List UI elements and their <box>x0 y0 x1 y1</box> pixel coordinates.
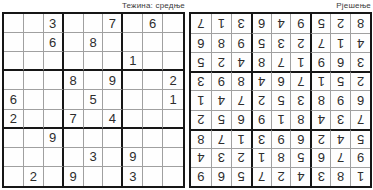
puzzle-cell-r9c9[interactable] <box>163 167 183 186</box>
puzzle-cell-r2c3[interactable]: 6 <box>44 33 64 52</box>
puzzle-cell-r2c7[interactable] <box>123 33 143 52</box>
solution-cell-r5c5: 5 <box>271 90 291 109</box>
puzzle-cell-r8c2[interactable] <box>24 148 44 167</box>
solution-cell-r2c6: 1 <box>251 148 271 167</box>
puzzle-cell-r4c1[interactable] <box>4 71 24 90</box>
puzzle-cell-r3c6[interactable] <box>103 52 123 71</box>
puzzle-cell-r7c4[interactable] <box>64 129 84 148</box>
solution-cell-r1c1: 1 <box>350 167 370 186</box>
puzzle-cell-r5c4[interactable] <box>64 90 84 109</box>
solution-cell-r7c8: 2 <box>211 52 231 71</box>
puzzle-cell-r3c1[interactable] <box>4 52 24 71</box>
solution-cell-r2c1: 9 <box>350 148 370 167</box>
solution-cell-r9c6: 6 <box>251 14 271 33</box>
solution-cell-r3c8: 7 <box>211 129 231 148</box>
solution-cell-r3c4: 6 <box>290 129 310 148</box>
difficulty-label: Тежина: средње <box>2 1 185 11</box>
puzzle-cell-r2c4[interactable] <box>64 33 84 52</box>
solution-cell-r9c9: 7 <box>191 14 211 33</box>
solution-cell-r9c3: 5 <box>310 14 330 33</box>
puzzle-cell-r1c9[interactable] <box>163 14 183 33</box>
solution-cell-r3c6: 3 <box>251 129 271 148</box>
puzzle-cell-r1c7[interactable] <box>123 14 143 33</box>
solution-cell-r9c5: 4 <box>271 14 291 33</box>
puzzle-cell-r2c8[interactable] <box>143 33 163 52</box>
solution-cell-r6c8: 9 <box>211 71 231 90</box>
solution-cell-r5c4: 3 <box>290 90 310 109</box>
solution-cell-r3c3: 2 <box>310 129 330 148</box>
puzzle-cell-r4c8[interactable] <box>143 71 163 90</box>
solution-cell-r5c8: 4 <box>211 90 231 109</box>
solution-cell-r2c3: 6 <box>310 148 330 167</box>
solution-cell-r1c9: 9 <box>191 167 211 186</box>
solution-cell-r9c1: 8 <box>350 14 370 33</box>
puzzle-cell-r1c5[interactable] <box>84 14 104 33</box>
puzzle-cell-r8c8[interactable] <box>143 148 163 167</box>
puzzle-cell-r9c4[interactable]: 9 <box>64 167 84 186</box>
puzzle-cell-r6c8[interactable] <box>143 110 163 129</box>
puzzle-cell-r9c1[interactable] <box>4 167 24 186</box>
puzzle-cell-r4c5[interactable] <box>84 71 104 90</box>
puzzle-cell-r5c2[interactable] <box>24 90 44 109</box>
puzzle-cell-r6c7[interactable] <box>123 110 143 129</box>
puzzle-cell-r4c2[interactable] <box>24 71 44 90</box>
puzzle-cell-r8c1[interactable] <box>4 148 24 167</box>
puzzle-cell-r6c5[interactable] <box>84 110 104 129</box>
sudoku-page: Тежина: средње Рјешење 37668189265127493… <box>0 0 373 190</box>
puzzle-cell-r8c3[interactable] <box>44 148 64 167</box>
solution-cell-r1c8: 6 <box>211 167 231 186</box>
puzzle-cell-r2c2[interactable] <box>24 33 44 52</box>
solution-cell-r9c2: 2 <box>330 14 350 33</box>
puzzle-cell-r9c3[interactable] <box>44 167 64 186</box>
solution-cell-r5c1: 6 <box>350 90 370 109</box>
puzzle-cell-r3c9[interactable] <box>163 52 183 71</box>
puzzle-cell-r2c1[interactable] <box>4 33 24 52</box>
puzzle-cell-r5c1[interactable]: 6 <box>4 90 24 109</box>
puzzle-cell-r5c6[interactable] <box>103 90 123 109</box>
solution-cell-r9c8: 1 <box>211 14 231 33</box>
solution-cell-r8c6: 5 <box>251 33 271 52</box>
puzzle-cell-r7c3[interactable]: 9 <box>44 129 64 148</box>
solution-cell-r2c4: 5 <box>290 148 310 167</box>
solution-cell-r1c4: 4 <box>290 167 310 186</box>
puzzle-cell-r7c9[interactable] <box>163 129 183 148</box>
solution-cell-r8c8: 8 <box>211 33 231 52</box>
solution-cell-r1c5: 2 <box>271 167 291 186</box>
puzzle-cell-r4c9[interactable]: 2 <box>163 71 183 90</box>
puzzle-cell-r1c1[interactable] <box>4 14 24 33</box>
puzzle-cell-r3c2[interactable] <box>24 52 44 71</box>
puzzle-cell-r9c7[interactable]: 3 <box>123 167 143 186</box>
puzzle-cell-r6c1[interactable]: 2 <box>4 110 24 129</box>
puzzle-cell-r2c5[interactable]: 8 <box>84 33 104 52</box>
puzzle-cell-r9c2[interactable]: 2 <box>24 167 44 186</box>
solution-cell-r5c7: 7 <box>231 90 251 109</box>
puzzle-cell-r7c8[interactable] <box>143 129 163 148</box>
puzzle-cell-r5c8[interactable] <box>143 90 163 109</box>
solution-cell-r5c6: 2 <box>251 90 271 109</box>
solution-cell-r6c2: 5 <box>330 71 350 90</box>
puzzle-cell-r7c5[interactable] <box>84 129 104 148</box>
puzzle-cell-r3c7[interactable]: 1 <box>123 52 143 71</box>
solution-cell-r2c8: 3 <box>211 148 231 167</box>
solution-cell-r5c9: 1 <box>191 90 211 109</box>
solution-cell-r6c3: 1 <box>310 71 330 90</box>
puzzle-cell-r4c4[interactable]: 8 <box>64 71 84 90</box>
solution-grid: 1834275699765812345426931787348196526983… <box>189 12 372 188</box>
solution-cell-r6c1: 2 <box>350 71 370 90</box>
puzzle-cell-r6c3[interactable] <box>44 110 64 129</box>
solution-cell-r8c5: 3 <box>271 33 291 52</box>
solution-cell-r4c7: 6 <box>231 110 251 129</box>
puzzle-cell-r3c4[interactable] <box>64 52 84 71</box>
puzzle-cell-r7c2[interactable] <box>24 129 44 148</box>
puzzle-cell-r9c8[interactable] <box>143 167 163 186</box>
solution-cell-r1c6: 7 <box>251 167 271 186</box>
puzzle-cell-r2c9[interactable] <box>163 33 183 52</box>
puzzle-cell-r1c3[interactable]: 3 <box>44 14 64 33</box>
solution-cell-r6c4: 7 <box>290 71 310 90</box>
solution-cell-r4c8: 5 <box>211 110 231 129</box>
solution-cell-r8c3: 7 <box>310 33 330 52</box>
puzzle-cell-r7c6[interactable] <box>103 129 123 148</box>
solution-cell-r7c4: 1 <box>290 52 310 71</box>
puzzle-cell-r9c6[interactable] <box>103 167 123 186</box>
solution-cell-r7c9: 5 <box>191 52 211 71</box>
solution-cell-r1c3: 3 <box>310 167 330 186</box>
puzzle-cell-r5c3[interactable] <box>44 90 64 109</box>
puzzle-cell-r8c9[interactable] <box>163 148 183 167</box>
puzzle-cell-r3c3[interactable] <box>44 52 64 71</box>
solution-cell-r5c3: 8 <box>310 90 330 109</box>
solution-cell-r2c7: 2 <box>231 148 251 167</box>
puzzle-cell-r1c8[interactable]: 6 <box>143 14 163 33</box>
solution-cell-r8c4: 2 <box>290 33 310 52</box>
puzzle-cell-r6c6[interactable]: 4 <box>103 110 123 129</box>
solution-cell-r3c2: 4 <box>330 129 350 148</box>
puzzle-cell-r4c3[interactable] <box>44 71 64 90</box>
puzzle-cell-r7c7[interactable] <box>123 129 143 148</box>
puzzle-cell-r6c9[interactable] <box>163 110 183 129</box>
puzzle-cell-r5c7[interactable] <box>123 90 143 109</box>
solution-cell-r7c3: 9 <box>310 52 330 71</box>
puzzle-cell-r6c2[interactable] <box>24 110 44 129</box>
solution-cell-r6c9: 3 <box>191 71 211 90</box>
solution-cell-r7c6: 8 <box>251 52 271 71</box>
puzzle-cell-r7c1[interactable] <box>4 129 24 148</box>
solution-cell-r6c7: 8 <box>231 71 251 90</box>
solution-cell-r7c5: 7 <box>271 52 291 71</box>
puzzle-grid: 376681892651274939293 <box>2 12 185 188</box>
puzzle-cell-r3c8[interactable] <box>143 52 163 71</box>
solution-cell-r3c1: 5 <box>350 129 370 148</box>
solution-cell-r3c5: 9 <box>271 129 291 148</box>
puzzle-cell-r4c6[interactable]: 9 <box>103 71 123 90</box>
puzzle-cell-r5c5[interactable]: 5 <box>84 90 104 109</box>
puzzle-cell-r3c5[interactable] <box>84 52 104 71</box>
solution-cell-r2c5: 8 <box>271 148 291 167</box>
solution-cell-r3c9: 8 <box>191 129 211 148</box>
solution-cell-r4c2: 3 <box>330 110 350 129</box>
solution-cell-r9c7: 3 <box>231 14 251 33</box>
solution-cell-r4c5: 1 <box>271 110 291 129</box>
puzzle-cell-r8c7[interactable]: 9 <box>123 148 143 167</box>
solution-cell-r7c2: 6 <box>330 52 350 71</box>
puzzle-cell-r1c4[interactable] <box>64 14 84 33</box>
solution-cell-r4c6: 9 <box>251 110 271 129</box>
solution-cell-r2c9: 4 <box>191 148 211 167</box>
solution-cell-r8c2: 1 <box>330 33 350 52</box>
puzzle-cell-r2c6[interactable] <box>103 33 123 52</box>
solution-cell-r6c5: 6 <box>271 71 291 90</box>
puzzle-cell-r1c2[interactable] <box>24 14 44 33</box>
solution-cell-r1c7: 5 <box>231 167 251 186</box>
puzzle-cell-r9c5[interactable] <box>84 167 104 186</box>
solution-cell-r5c2: 9 <box>330 90 350 109</box>
solution-cell-r8c7: 9 <box>231 33 251 52</box>
puzzle-cell-r4c7[interactable] <box>123 71 143 90</box>
solution-cell-r6c6: 4 <box>251 71 271 90</box>
solution-cell-r3c7: 1 <box>231 129 251 148</box>
puzzle-cell-r8c5[interactable]: 3 <box>84 148 104 167</box>
puzzle-cell-r8c6[interactable] <box>103 148 123 167</box>
solution-cell-r7c7: 4 <box>231 52 251 71</box>
solution-cell-r4c9: 2 <box>191 110 211 129</box>
solution-cell-r4c1: 7 <box>350 110 370 129</box>
puzzle-cell-r5c9[interactable]: 1 <box>163 90 183 109</box>
puzzle-cell-r1c6[interactable]: 7 <box>103 14 123 33</box>
solution-cell-r4c3: 4 <box>310 110 330 129</box>
solution-cell-r2c2: 7 <box>330 148 350 167</box>
solution-cell-r1c2: 8 <box>330 167 350 186</box>
solution-label: Рјешење <box>189 1 371 11</box>
solution-cell-r8c1: 4 <box>350 33 370 52</box>
solution-cell-r7c1: 3 <box>350 52 370 71</box>
solution-cell-r4c4: 8 <box>290 110 310 129</box>
puzzle-cell-r6c4[interactable]: 7 <box>64 110 84 129</box>
puzzle-cell-r8c4[interactable] <box>64 148 84 167</box>
solution-cell-r8c9: 6 <box>191 33 211 52</box>
solution-cell-r9c4: 9 <box>290 14 310 33</box>
